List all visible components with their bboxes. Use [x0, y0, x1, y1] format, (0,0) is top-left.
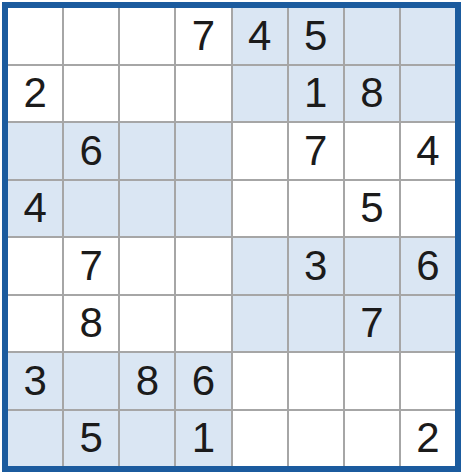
- cell-r1c7-empty[interactable]: [345, 8, 399, 64]
- cell-r5c6-given[interactable]: 3: [289, 238, 343, 294]
- cell-r5c7-empty[interactable]: [345, 238, 399, 294]
- cell-r3c8-given[interactable]: 4: [401, 123, 455, 179]
- cell-r4c8-empty[interactable]: [401, 181, 455, 237]
- cell-r3c6-given[interactable]: 7: [289, 123, 343, 179]
- cell-r2c5-empty[interactable]: [233, 66, 287, 122]
- sudoku-board: 7452186744573687386512: [8, 8, 455, 466]
- cell-r2c7-given[interactable]: 8: [345, 66, 399, 122]
- cell-r6c2-given[interactable]: 8: [64, 296, 118, 352]
- cell-r6c8-empty[interactable]: [401, 296, 455, 352]
- cell-r7c3-given[interactable]: 8: [120, 353, 174, 409]
- cell-r1c4-given[interactable]: 7: [176, 8, 230, 64]
- cell-r1c1-empty[interactable]: [8, 8, 62, 64]
- cell-r6c6-empty[interactable]: [289, 296, 343, 352]
- cell-r5c5-empty[interactable]: [233, 238, 287, 294]
- cell-r2c2-empty[interactable]: [64, 66, 118, 122]
- cell-r7c7-empty[interactable]: [345, 353, 399, 409]
- cell-r3c4-empty[interactable]: [176, 123, 230, 179]
- cell-r8c3-empty[interactable]: [120, 411, 174, 467]
- cell-r1c3-empty[interactable]: [120, 8, 174, 64]
- cell-r1c6-given[interactable]: 5: [289, 8, 343, 64]
- cell-r6c5-empty[interactable]: [233, 296, 287, 352]
- cell-r6c1-empty[interactable]: [8, 296, 62, 352]
- cell-r6c3-empty[interactable]: [120, 296, 174, 352]
- cell-r8c5-empty[interactable]: [233, 411, 287, 467]
- cell-r8c6-empty[interactable]: [289, 411, 343, 467]
- cell-r6c4-empty[interactable]: [176, 296, 230, 352]
- cell-r7c8-empty[interactable]: [401, 353, 455, 409]
- cell-r4c5-empty[interactable]: [233, 181, 287, 237]
- cell-r4c4-empty[interactable]: [176, 181, 230, 237]
- cell-r5c2-given[interactable]: 7: [64, 238, 118, 294]
- cell-r4c2-empty[interactable]: [64, 181, 118, 237]
- cell-r4c3-empty[interactable]: [120, 181, 174, 237]
- cell-r3c1-empty[interactable]: [8, 123, 62, 179]
- cell-r3c5-empty[interactable]: [233, 123, 287, 179]
- sudoku-page: 7452186744573687386512: [0, 0, 463, 474]
- cell-r1c8-empty[interactable]: [401, 8, 455, 64]
- cell-r7c2-empty[interactable]: [64, 353, 118, 409]
- cell-r5c8-given[interactable]: 6: [401, 238, 455, 294]
- cell-r2c1-given[interactable]: 2: [8, 66, 62, 122]
- cell-r2c3-empty[interactable]: [120, 66, 174, 122]
- cell-r7c1-given[interactable]: 3: [8, 353, 62, 409]
- cell-r1c5-given[interactable]: 4: [233, 8, 287, 64]
- cell-r8c1-empty[interactable]: [8, 411, 62, 467]
- cell-r8c4-given[interactable]: 1: [176, 411, 230, 467]
- cell-r5c1-empty[interactable]: [8, 238, 62, 294]
- cell-r3c3-empty[interactable]: [120, 123, 174, 179]
- cell-r3c2-given[interactable]: 6: [64, 123, 118, 179]
- sudoku-board-frame: 7452186744573687386512: [2, 2, 461, 472]
- cell-r4c1-given[interactable]: 4: [8, 181, 62, 237]
- cell-r2c4-empty[interactable]: [176, 66, 230, 122]
- cell-r7c5-empty[interactable]: [233, 353, 287, 409]
- cell-r7c6-empty[interactable]: [289, 353, 343, 409]
- cell-r3c7-empty[interactable]: [345, 123, 399, 179]
- cell-r4c7-given[interactable]: 5: [345, 181, 399, 237]
- cell-r2c8-empty[interactable]: [401, 66, 455, 122]
- cell-r5c4-empty[interactable]: [176, 238, 230, 294]
- cell-r8c7-empty[interactable]: [345, 411, 399, 467]
- cell-r2c6-given[interactable]: 1: [289, 66, 343, 122]
- cell-r8c2-given[interactable]: 5: [64, 411, 118, 467]
- cell-r7c4-given[interactable]: 6: [176, 353, 230, 409]
- cell-r6c7-given[interactable]: 7: [345, 296, 399, 352]
- cell-r5c3-empty[interactable]: [120, 238, 174, 294]
- cell-r8c8-given[interactable]: 2: [401, 411, 455, 467]
- cell-r1c2-empty[interactable]: [64, 8, 118, 64]
- cell-r4c6-empty[interactable]: [289, 181, 343, 237]
